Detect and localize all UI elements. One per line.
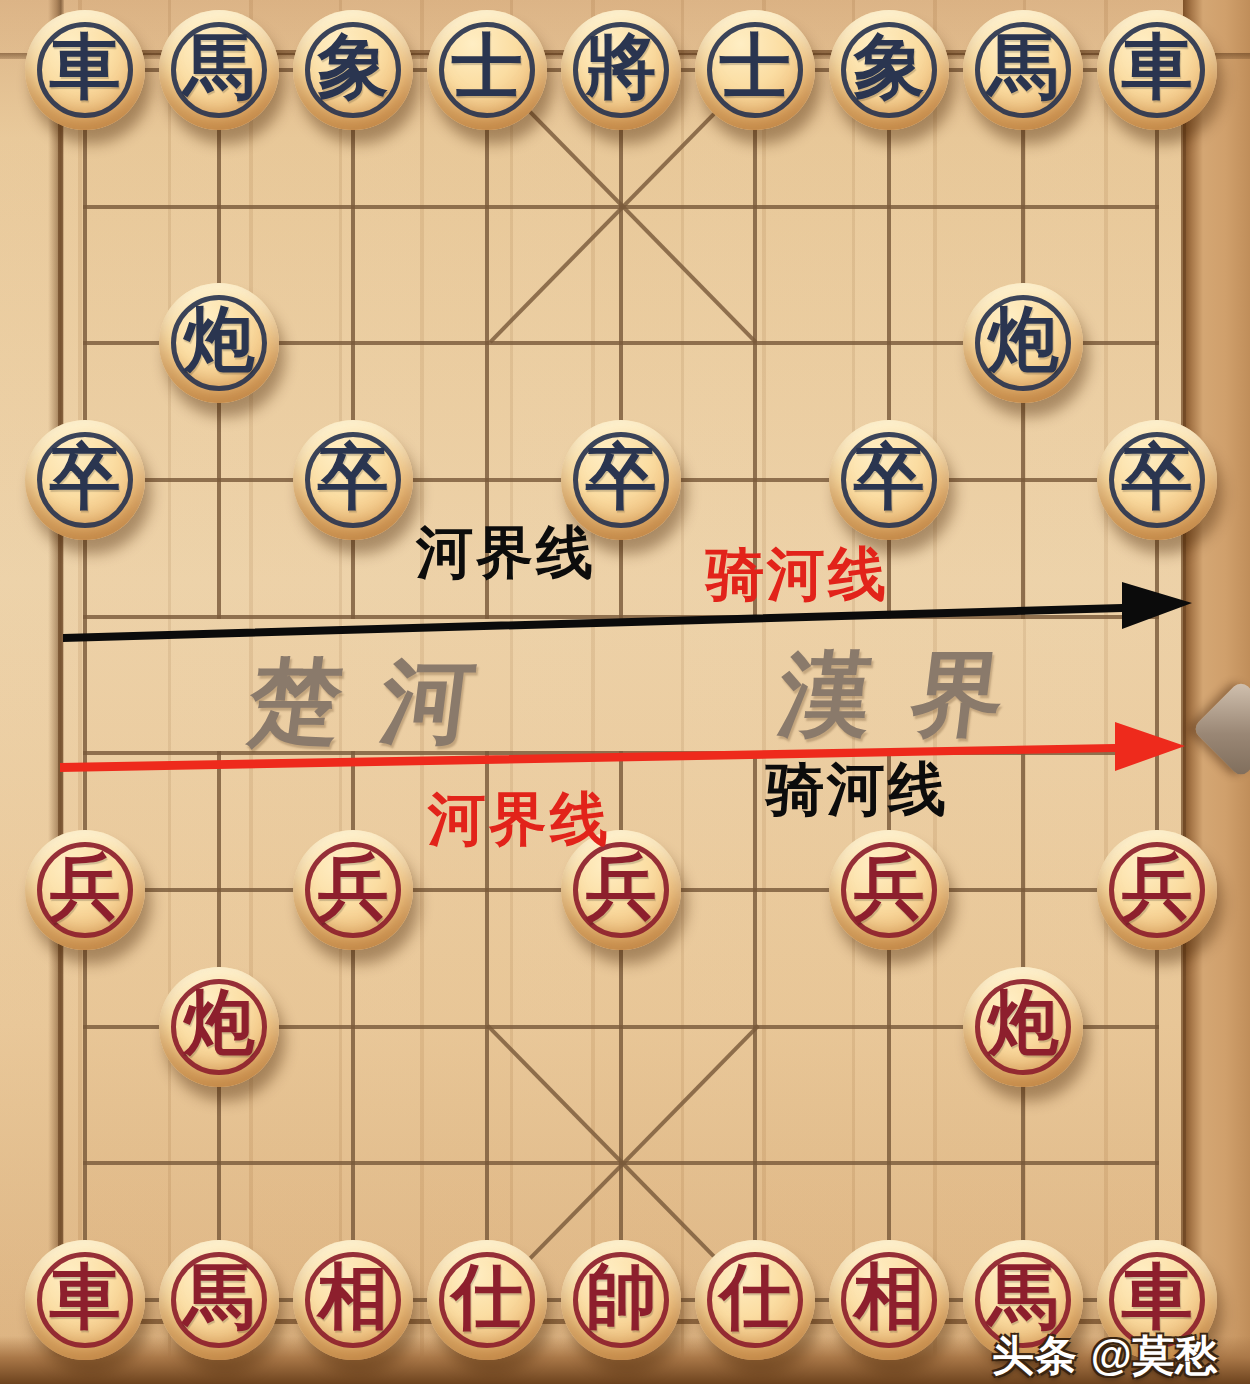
piece-character: 兵 (293, 827, 413, 947)
piece-red-elephant[interactable]: 相 (293, 1240, 413, 1360)
piece-black-soldier[interactable]: 卒 (293, 420, 413, 540)
piece-red-cannon[interactable]: 炮 (159, 967, 279, 1087)
piece-character: 兵 (25, 827, 145, 947)
piece-black-advisor[interactable]: 士 (695, 10, 815, 130)
piece-character: 炮 (159, 280, 279, 400)
river-boundary-label-bottom: 河界线 (428, 790, 611, 848)
piece-black-elephant[interactable]: 象 (829, 10, 949, 130)
piece-character: 卒 (561, 417, 681, 537)
piece-red-advisor[interactable]: 仕 (427, 1240, 547, 1360)
grid-line (1155, 68, 1159, 1302)
river-text-han-jie: 漢界 (774, 648, 1049, 740)
piece-red-soldier[interactable]: 兵 (25, 830, 145, 950)
watermark: 头条 @莫愁游戏 (992, 1328, 1250, 1384)
piece-black-chariot[interactable]: 車 (1097, 10, 1217, 130)
piece-black-soldier[interactable]: 卒 (1097, 420, 1217, 540)
piece-black-soldier[interactable]: 卒 (829, 420, 949, 540)
piece-character: 兵 (829, 827, 949, 947)
piece-black-horse[interactable]: 馬 (159, 10, 279, 130)
piece-red-horse[interactable]: 馬 (159, 1240, 279, 1360)
piece-black-general[interactable]: 將 (561, 10, 681, 130)
piece-character: 馬 (159, 1237, 279, 1357)
xiangqi-board[interactable]: 車馬象士將士象馬車炮炮卒卒卒卒卒兵兵兵兵兵炮炮車馬相仕帥仕相馬車 楚河 漢界 河… (0, 0, 1250, 1384)
piece-black-horse[interactable]: 馬 (963, 10, 1083, 130)
piece-character: 炮 (963, 964, 1083, 1084)
grid-line (83, 68, 87, 1302)
piece-character: 相 (829, 1237, 949, 1357)
piece-red-soldier[interactable]: 兵 (829, 830, 949, 950)
piece-character: 帥 (561, 1237, 681, 1357)
piece-character: 車 (1097, 7, 1217, 127)
riding-river-label-bottom: 骑河线 (766, 760, 949, 818)
piece-character: 相 (293, 1237, 413, 1357)
piece-character: 士 (427, 7, 547, 127)
river-text-chu-he: 楚河 (244, 655, 519, 747)
piece-red-elephant[interactable]: 相 (829, 1240, 949, 1360)
piece-black-cannon[interactable]: 炮 (963, 283, 1083, 403)
piece-character: 象 (293, 7, 413, 127)
piece-black-soldier[interactable]: 卒 (25, 420, 145, 540)
piece-red-advisor[interactable]: 仕 (695, 1240, 815, 1360)
piece-character: 士 (695, 7, 815, 127)
piece-black-cannon[interactable]: 炮 (159, 283, 279, 403)
piece-red-general[interactable]: 帥 (561, 1240, 681, 1360)
piece-character: 炮 (963, 280, 1083, 400)
piece-character: 兵 (1097, 827, 1217, 947)
piece-character: 馬 (159, 7, 279, 127)
piece-red-soldier[interactable]: 兵 (293, 830, 413, 950)
piece-character: 卒 (293, 417, 413, 537)
piece-character: 卒 (1097, 417, 1217, 537)
piece-character: 卒 (829, 417, 949, 537)
piece-character: 仕 (427, 1237, 547, 1357)
piece-character: 馬 (963, 7, 1083, 127)
piece-black-elephant[interactable]: 象 (293, 10, 413, 130)
piece-character: 卒 (25, 417, 145, 537)
piece-character: 車 (25, 1237, 145, 1357)
river-boundary-label-top: 河界线 (416, 524, 596, 581)
riding-river-label-top: 骑河线 (706, 545, 889, 603)
piece-red-cannon[interactable]: 炮 (963, 967, 1083, 1087)
piece-red-chariot[interactable]: 車 (25, 1240, 145, 1360)
piece-character: 炮 (159, 964, 279, 1084)
piece-character: 車 (25, 7, 145, 127)
piece-character: 象 (829, 7, 949, 127)
piece-character: 仕 (695, 1237, 815, 1357)
piece-black-advisor[interactable]: 士 (427, 10, 547, 130)
piece-character: 將 (561, 7, 681, 127)
piece-black-chariot[interactable]: 車 (25, 10, 145, 130)
piece-red-soldier[interactable]: 兵 (1097, 830, 1217, 950)
